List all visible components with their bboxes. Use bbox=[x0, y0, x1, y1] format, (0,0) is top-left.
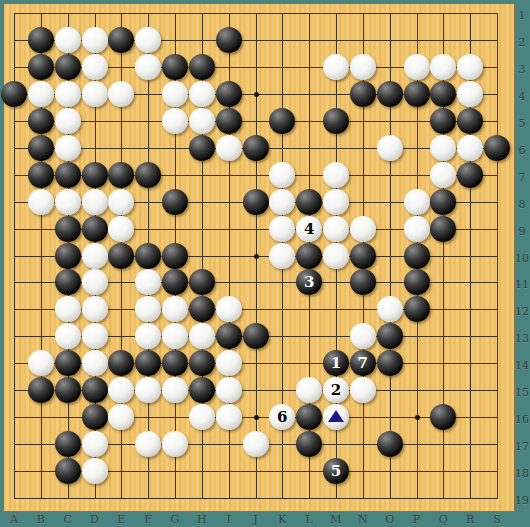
black-stone bbox=[430, 189, 456, 215]
triangle-marker bbox=[328, 410, 344, 422]
black-stone bbox=[55, 216, 81, 242]
black-stone bbox=[82, 404, 108, 430]
white-stone bbox=[430, 135, 456, 161]
column-label: H bbox=[197, 513, 207, 526]
column-label: O bbox=[385, 513, 394, 526]
white-stone bbox=[323, 216, 349, 242]
white-stone bbox=[82, 323, 108, 349]
black-stone bbox=[243, 135, 269, 161]
black-stone bbox=[28, 54, 54, 80]
column-label: I bbox=[226, 513, 230, 526]
column-label: J bbox=[253, 513, 257, 526]
white-stone bbox=[216, 350, 242, 376]
black-stone bbox=[484, 135, 510, 161]
black-stone bbox=[323, 108, 349, 134]
white-stone bbox=[82, 54, 108, 80]
black-stone bbox=[1, 81, 27, 107]
move-number-label: 4 bbox=[296, 216, 322, 242]
column-label: Q bbox=[439, 513, 448, 526]
column-label: B bbox=[37, 513, 45, 526]
move-number-label: 2 bbox=[323, 377, 349, 403]
row-label: 16 bbox=[515, 413, 529, 426]
white-stone bbox=[216, 296, 242, 322]
white-stone bbox=[404, 54, 430, 80]
black-stone bbox=[55, 431, 81, 457]
white-stone bbox=[377, 135, 403, 161]
white-stone bbox=[55, 323, 81, 349]
black-stone bbox=[162, 189, 188, 215]
move-number-label: 6 bbox=[269, 404, 295, 430]
row-label: 2 bbox=[519, 35, 526, 48]
white-stone bbox=[404, 189, 430, 215]
black-stone bbox=[55, 243, 81, 269]
white-stone bbox=[216, 377, 242, 403]
black-stone bbox=[430, 108, 456, 134]
black-stone bbox=[82, 377, 108, 403]
white-stone bbox=[269, 162, 295, 188]
white-stone bbox=[55, 135, 81, 161]
white-stone bbox=[189, 404, 215, 430]
column-label: M bbox=[330, 513, 341, 526]
white-stone bbox=[269, 216, 295, 242]
black-stone bbox=[430, 81, 456, 107]
row-label: 17 bbox=[515, 440, 529, 453]
move-number-label: 3 bbox=[296, 269, 322, 295]
white-stone bbox=[350, 377, 376, 403]
row-label: 18 bbox=[515, 467, 529, 480]
white-stone bbox=[162, 431, 188, 457]
column-label: D bbox=[90, 513, 99, 526]
row-label: 11 bbox=[515, 278, 529, 291]
white-stone bbox=[28, 350, 54, 376]
column-label: P bbox=[413, 513, 420, 526]
black-stone bbox=[296, 243, 322, 269]
black-stone bbox=[377, 431, 403, 457]
white-stone bbox=[457, 54, 483, 80]
white-stone bbox=[350, 216, 376, 242]
white-stone bbox=[28, 81, 54, 107]
white-stone bbox=[162, 81, 188, 107]
white-stone bbox=[108, 189, 134, 215]
column-label: G bbox=[171, 513, 180, 526]
white-stone bbox=[162, 108, 188, 134]
white-stone bbox=[135, 54, 161, 80]
column-label: E bbox=[117, 513, 125, 526]
column-label: S bbox=[493, 513, 501, 526]
black-stone bbox=[162, 243, 188, 269]
black-stone bbox=[135, 162, 161, 188]
black-stone bbox=[243, 323, 269, 349]
white-stone bbox=[82, 81, 108, 107]
black-stone bbox=[28, 135, 54, 161]
white-stone bbox=[82, 296, 108, 322]
black-stone bbox=[269, 108, 295, 134]
black-stone bbox=[28, 27, 54, 53]
row-label: 3 bbox=[519, 62, 526, 75]
column-label: N bbox=[358, 513, 368, 526]
black-stone bbox=[55, 54, 81, 80]
white-stone bbox=[269, 189, 295, 215]
white-stone bbox=[82, 350, 108, 376]
white-stone bbox=[323, 243, 349, 269]
white-stone bbox=[350, 323, 376, 349]
white-stone bbox=[216, 135, 242, 161]
row-label: 6 bbox=[519, 143, 526, 156]
white-stone bbox=[189, 81, 215, 107]
row-label: 5 bbox=[519, 116, 526, 129]
white-stone bbox=[82, 431, 108, 457]
row-label: 7 bbox=[519, 170, 526, 183]
black-stone bbox=[28, 377, 54, 403]
black-stone bbox=[404, 269, 430, 295]
black-stone bbox=[28, 162, 54, 188]
star-point bbox=[254, 254, 259, 259]
move-number-label: 1 bbox=[323, 350, 349, 376]
black-stone bbox=[377, 323, 403, 349]
white-stone bbox=[82, 189, 108, 215]
white-stone bbox=[28, 189, 54, 215]
black-stone bbox=[108, 243, 134, 269]
move-number-label: 5 bbox=[323, 458, 349, 484]
grid-line-vertical bbox=[497, 13, 498, 499]
black-stone bbox=[55, 458, 81, 484]
black-stone bbox=[430, 216, 456, 242]
row-label: 13 bbox=[515, 332, 529, 345]
white-stone bbox=[135, 27, 161, 53]
row-label: 14 bbox=[515, 359, 529, 372]
black-stone bbox=[216, 27, 242, 53]
black-stone bbox=[216, 81, 242, 107]
black-stone bbox=[404, 81, 430, 107]
black-stone bbox=[377, 350, 403, 376]
star-point bbox=[254, 92, 259, 97]
white-stone bbox=[457, 81, 483, 107]
black-stone bbox=[404, 243, 430, 269]
star-point bbox=[254, 415, 259, 420]
white-stone bbox=[323, 54, 349, 80]
white-stone bbox=[430, 162, 456, 188]
black-stone bbox=[189, 135, 215, 161]
white-stone bbox=[189, 323, 215, 349]
white-stone bbox=[82, 269, 108, 295]
black-stone bbox=[296, 189, 322, 215]
move-number-label: 7 bbox=[350, 350, 376, 376]
black-stone bbox=[350, 81, 376, 107]
black-stone bbox=[216, 108, 242, 134]
column-label: F bbox=[144, 513, 152, 526]
black-stone bbox=[55, 377, 81, 403]
black-stone bbox=[189, 350, 215, 376]
white-stone bbox=[108, 81, 134, 107]
column-label: L bbox=[306, 513, 313, 526]
black-stone bbox=[108, 162, 134, 188]
row-label: 4 bbox=[519, 89, 526, 102]
white-stone bbox=[350, 54, 376, 80]
row-label: 15 bbox=[515, 386, 529, 399]
white-stone bbox=[323, 189, 349, 215]
black-stone bbox=[457, 108, 483, 134]
white-stone bbox=[457, 135, 483, 161]
black-stone bbox=[55, 269, 81, 295]
black-stone bbox=[457, 162, 483, 188]
black-stone bbox=[216, 323, 242, 349]
white-stone bbox=[55, 27, 81, 53]
black-stone bbox=[28, 108, 54, 134]
white-stone bbox=[82, 243, 108, 269]
white-stone bbox=[55, 81, 81, 107]
black-stone bbox=[350, 243, 376, 269]
row-label: 12 bbox=[515, 305, 529, 318]
black-stone bbox=[189, 377, 215, 403]
black-stone bbox=[404, 296, 430, 322]
white-stone bbox=[108, 216, 134, 242]
white-stone bbox=[189, 108, 215, 134]
black-stone bbox=[189, 54, 215, 80]
white-stone bbox=[216, 404, 242, 430]
column-label: A bbox=[10, 513, 18, 526]
row-label: 8 bbox=[519, 197, 526, 210]
black-stone bbox=[82, 216, 108, 242]
white-stone bbox=[55, 296, 81, 322]
column-label: R bbox=[466, 513, 474, 526]
white-stone bbox=[243, 431, 269, 457]
go-diagram: 1234567 ABCDEFGHIJKLMNOPQRS 123456789101… bbox=[0, 0, 530, 527]
black-stone bbox=[82, 162, 108, 188]
white-stone bbox=[55, 189, 81, 215]
row-label: 9 bbox=[519, 224, 526, 237]
black-stone bbox=[135, 243, 161, 269]
black-stone bbox=[377, 81, 403, 107]
white-stone bbox=[377, 296, 403, 322]
column-label: C bbox=[63, 513, 71, 526]
white-stone bbox=[82, 27, 108, 53]
star-point bbox=[415, 415, 420, 420]
row-label: 19 bbox=[515, 493, 529, 506]
black-stone bbox=[55, 350, 81, 376]
black-stone bbox=[243, 189, 269, 215]
white-stone bbox=[269, 243, 295, 269]
row-label: 1 bbox=[519, 9, 526, 22]
column-label: K bbox=[278, 513, 286, 526]
white-stone bbox=[323, 162, 349, 188]
white-stone bbox=[404, 216, 430, 242]
row-label: 10 bbox=[515, 251, 529, 264]
black-stone bbox=[55, 162, 81, 188]
white-stone bbox=[82, 458, 108, 484]
white-stone bbox=[55, 108, 81, 134]
black-stone bbox=[162, 54, 188, 80]
